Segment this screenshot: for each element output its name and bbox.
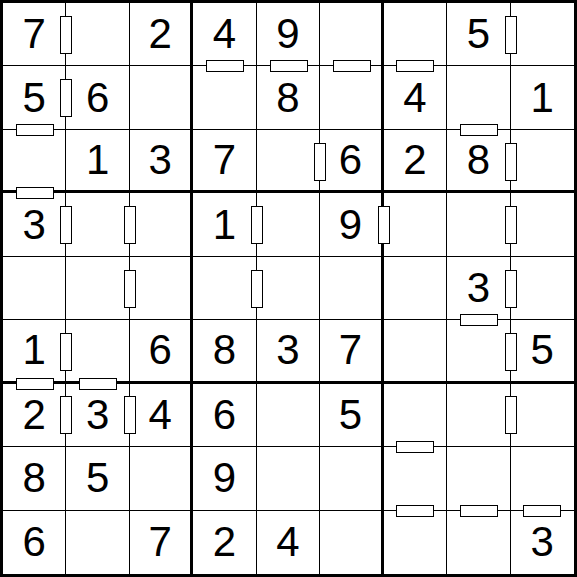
cell-r7c7[interactable] (384, 384, 447, 447)
cell-r9c4[interactable]: 2 (193, 511, 256, 574)
cell-r4c8[interactable] (447, 193, 510, 256)
cell-r4c4[interactable]: 1 (193, 193, 256, 256)
cell-r1c2[interactable] (66, 3, 129, 66)
cell-r2c2[interactable]: 6 (66, 66, 129, 129)
cell-r1c6[interactable] (320, 3, 383, 66)
cell-r6c2[interactable] (66, 320, 129, 383)
cell-r2c5[interactable]: 8 (257, 66, 320, 129)
cell-r8c7[interactable] (384, 447, 447, 510)
cell-r2c1[interactable]: 5 (3, 66, 66, 129)
cell-r2c3[interactable] (130, 66, 193, 129)
cell-r3c3[interactable]: 3 (130, 130, 193, 193)
cell-r6c4[interactable]: 8 (193, 320, 256, 383)
cell-r5c6[interactable] (320, 257, 383, 320)
cell-r2c7[interactable]: 4 (384, 66, 447, 129)
cell-r6c9[interactable]: 5 (511, 320, 574, 383)
cell-r5c2[interactable] (66, 257, 129, 320)
cell-r6c6[interactable]: 7 (320, 320, 383, 383)
cell-r6c1[interactable]: 1 (3, 320, 66, 383)
cell-r9c2[interactable] (66, 511, 129, 574)
cell-r5c7[interactable] (384, 257, 447, 320)
cell-r5c8[interactable]: 3 (447, 257, 510, 320)
cell-r3c9[interactable] (511, 130, 574, 193)
cell-r2c6[interactable] (320, 66, 383, 129)
cell-r3c2[interactable]: 1 (66, 130, 129, 193)
cell-r7c2[interactable]: 3 (66, 384, 129, 447)
cell-r8c6[interactable] (320, 447, 383, 510)
sudoku-grid: 724955684113762831931683752346585967243 (3, 3, 574, 574)
cell-r6c5[interactable]: 3 (257, 320, 320, 383)
cell-r1c9[interactable] (511, 3, 574, 66)
cell-r5c9[interactable] (511, 257, 574, 320)
cell-r7c4[interactable]: 6 (193, 384, 256, 447)
cell-r4c3[interactable] (130, 193, 193, 256)
cell-r4c1[interactable]: 3 (3, 193, 66, 256)
cell-r5c3[interactable] (130, 257, 193, 320)
cell-r2c4[interactable] (193, 66, 256, 129)
cell-r8c9[interactable] (511, 447, 574, 510)
cell-r7c8[interactable] (447, 384, 510, 447)
cell-r1c4[interactable]: 4 (193, 3, 256, 66)
cell-r9c6[interactable] (320, 511, 383, 574)
cell-r3c1[interactable] (3, 130, 66, 193)
cell-r4c9[interactable] (511, 193, 574, 256)
cell-r8c2[interactable]: 5 (66, 447, 129, 510)
cell-r8c3[interactable] (130, 447, 193, 510)
cell-r9c9[interactable]: 3 (511, 511, 574, 574)
cell-r6c7[interactable] (384, 320, 447, 383)
cell-r6c3[interactable]: 6 (130, 320, 193, 383)
cell-r1c8[interactable]: 5 (447, 3, 510, 66)
cell-r3c8[interactable]: 8 (447, 130, 510, 193)
cell-r7c3[interactable]: 4 (130, 384, 193, 447)
cell-r7c9[interactable] (511, 384, 574, 447)
cell-r9c5[interactable]: 4 (257, 511, 320, 574)
cell-r9c3[interactable]: 7 (130, 511, 193, 574)
cell-r9c7[interactable] (384, 511, 447, 574)
cell-r3c5[interactable] (257, 130, 320, 193)
cell-r9c8[interactable] (447, 511, 510, 574)
cell-r7c6[interactable]: 5 (320, 384, 383, 447)
cell-r3c6[interactable]: 6 (320, 130, 383, 193)
cell-r2c8[interactable] (447, 66, 510, 129)
sudoku-board: 724955684113762831931683752346585967243 (0, 0, 577, 577)
cell-r4c6[interactable]: 9 (320, 193, 383, 256)
cell-r5c4[interactable] (193, 257, 256, 320)
cell-r8c8[interactable] (447, 447, 510, 510)
cell-r8c1[interactable]: 8 (3, 447, 66, 510)
cell-r1c3[interactable]: 2 (130, 3, 193, 66)
cell-r2c9[interactable]: 1 (511, 66, 574, 129)
cell-r8c5[interactable] (257, 447, 320, 510)
cell-r9c1[interactable]: 6 (3, 511, 66, 574)
cell-r3c4[interactable]: 7 (193, 130, 256, 193)
cell-r5c1[interactable] (3, 257, 66, 320)
cell-r5c5[interactable] (257, 257, 320, 320)
cell-r8c4[interactable]: 9 (193, 447, 256, 510)
cell-r1c1[interactable]: 7 (3, 3, 66, 66)
cell-r3c7[interactable]: 2 (384, 130, 447, 193)
cell-r7c1[interactable]: 2 (3, 384, 66, 447)
cell-r4c5[interactable] (257, 193, 320, 256)
cell-r4c2[interactable] (66, 193, 129, 256)
cell-r7c5[interactable] (257, 384, 320, 447)
cell-r6c8[interactable] (447, 320, 510, 383)
cell-r4c7[interactable] (384, 193, 447, 256)
cell-r1c5[interactable]: 9 (257, 3, 320, 66)
cell-r1c7[interactable] (384, 3, 447, 66)
